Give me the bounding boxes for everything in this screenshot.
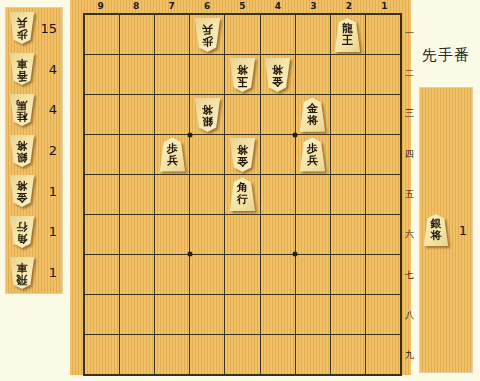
board-cell[interactable] bbox=[120, 335, 154, 374]
board-cell[interactable] bbox=[296, 255, 330, 294]
board-cell[interactable] bbox=[366, 135, 400, 174]
rank-coordinates: 一二三四五六七八九 bbox=[404, 13, 415, 376]
hand-piece-count: 1 bbox=[35, 224, 57, 239]
board-cell[interactable] bbox=[120, 255, 154, 294]
board-cell[interactable] bbox=[366, 55, 400, 94]
file-label: 8 bbox=[118, 1, 153, 12]
hand-piece-count: 1 bbox=[449, 223, 467, 238]
shogi-piece-gote[interactable]: 角行 bbox=[9, 216, 35, 248]
board-cell[interactable] bbox=[85, 215, 119, 254]
file-label: 5 bbox=[225, 1, 260, 12]
piece-kanji: 金将 bbox=[229, 138, 256, 172]
board-cell[interactable] bbox=[331, 215, 365, 254]
board-cell[interactable] bbox=[85, 175, 119, 214]
board-cell[interactable] bbox=[120, 95, 154, 134]
shogi-piece-gote[interactable]: 香車 bbox=[9, 53, 35, 85]
hand-piece-count: 15 bbox=[35, 21, 57, 36]
gote-captured-tray: 歩兵15香車4桂馬4銀将2金将1角行1飛車1 bbox=[6, 8, 62, 293]
shogi-piece-sente[interactable]: 歩兵 bbox=[299, 138, 326, 172]
piece-kanji: 香車 bbox=[9, 53, 35, 85]
hand-piece-row: 飛車1 bbox=[6, 252, 62, 293]
file-label: 6 bbox=[189, 1, 224, 12]
hand-piece-count: 2 bbox=[35, 143, 57, 158]
square-6一: 歩兵 bbox=[190, 15, 225, 55]
file-coordinates: 987654321 bbox=[83, 1, 402, 12]
piece-kanji: 金将 bbox=[9, 175, 35, 207]
shogi-piece-gote[interactable]: 飛車 bbox=[9, 257, 35, 289]
rank-label: 七 bbox=[404, 255, 415, 295]
shogi-piece-sente[interactable]: 金将 bbox=[299, 98, 326, 132]
square-5二: 玉将 bbox=[225, 55, 260, 95]
shogi-piece-gote[interactable]: 銀将 bbox=[194, 98, 221, 132]
piece-kanji: 歩兵 bbox=[159, 138, 186, 172]
board-cell[interactable] bbox=[331, 255, 365, 294]
piece-kanji: 玉将 bbox=[229, 58, 256, 92]
board-cell[interactable] bbox=[155, 55, 189, 94]
shogi-piece-sente[interactable]: 龍王 bbox=[334, 18, 361, 52]
board-cell[interactable] bbox=[331, 175, 365, 214]
square-4二: 金将 bbox=[260, 55, 295, 95]
board-cell[interactable] bbox=[296, 215, 330, 254]
piece-kanji: 銀将 bbox=[194, 98, 221, 132]
hand-piece-count: 4 bbox=[35, 62, 57, 77]
board-cell[interactable] bbox=[225, 15, 259, 54]
board-cell[interactable] bbox=[366, 175, 400, 214]
piece-kanji: 銀将 bbox=[9, 135, 35, 167]
board-cell[interactable] bbox=[366, 95, 400, 134]
board-cell[interactable] bbox=[261, 15, 295, 54]
board-cell[interactable] bbox=[190, 215, 224, 254]
board-cell[interactable] bbox=[296, 15, 330, 54]
square-3四: 歩兵 bbox=[295, 135, 330, 175]
file-label: 3 bbox=[296, 1, 331, 12]
rank-label: 二 bbox=[404, 53, 415, 93]
board-cell[interactable] bbox=[331, 135, 365, 174]
board-cell[interactable] bbox=[261, 215, 295, 254]
board-cell[interactable] bbox=[296, 175, 330, 214]
piece-kanji: 金将 bbox=[299, 98, 326, 132]
board-cell[interactable] bbox=[155, 295, 189, 334]
board-cell[interactable] bbox=[85, 15, 119, 54]
sente-captured-tray: 銀将1 bbox=[420, 88, 472, 372]
piece-kanji: 角行 bbox=[9, 216, 35, 248]
file-label: 1 bbox=[367, 1, 402, 12]
board-cell[interactable] bbox=[225, 295, 259, 334]
board-cell[interactable] bbox=[261, 135, 295, 174]
hand-piece-row: 香車4 bbox=[6, 49, 62, 90]
hand-piece-row: 歩兵15 bbox=[6, 8, 62, 49]
board-cell[interactable] bbox=[120, 295, 154, 334]
piece-kanji: 歩兵 bbox=[299, 138, 326, 172]
board-cell[interactable] bbox=[366, 255, 400, 294]
board-cell[interactable] bbox=[120, 15, 154, 54]
board-cell[interactable] bbox=[261, 95, 295, 134]
rank-label: 三 bbox=[404, 94, 415, 134]
hand-piece-row: 銀将1 bbox=[420, 210, 472, 250]
board-cell[interactable] bbox=[155, 95, 189, 134]
square-5五: 角行 bbox=[225, 175, 260, 215]
board-cell[interactable] bbox=[261, 295, 295, 334]
piece-kanji: 桂馬 bbox=[9, 94, 35, 126]
shogi-piece-gote[interactable]: 金将 bbox=[229, 138, 256, 172]
board-cell[interactable] bbox=[120, 55, 154, 94]
hand-piece-count: 1 bbox=[35, 184, 57, 199]
hand-piece-row: 金将1 bbox=[6, 171, 62, 212]
piece-kanji: 歩兵 bbox=[9, 12, 35, 44]
piece-kanji: 金将 bbox=[264, 58, 291, 92]
shogi-piece-sente[interactable]: 銀将 bbox=[423, 214, 449, 246]
board-cell[interactable] bbox=[225, 215, 259, 254]
rank-label: 一 bbox=[404, 13, 415, 53]
piece-kanji: 銀将 bbox=[423, 214, 449, 246]
board-cell[interactable] bbox=[155, 175, 189, 214]
board-cell[interactable] bbox=[366, 295, 400, 334]
board-cell[interactable] bbox=[261, 175, 295, 214]
board-cell[interactable] bbox=[155, 255, 189, 294]
hand-piece-row: 角行1 bbox=[6, 212, 62, 253]
board-cell[interactable] bbox=[331, 55, 365, 94]
hand-piece-row: 銀将2 bbox=[6, 130, 62, 171]
board-cell[interactable] bbox=[331, 295, 365, 334]
turn-indicator: 先手番 bbox=[415, 46, 477, 65]
piece-kanji: 角行 bbox=[229, 177, 256, 211]
board-panel: 987654321 歩兵龍王玉将金将銀将金将歩兵金将歩兵角行 一二三四五六七八九 bbox=[70, 0, 411, 375]
board-cell[interactable] bbox=[261, 255, 295, 294]
rank-label: 九 bbox=[404, 336, 415, 376]
square-6三: 銀将 bbox=[190, 95, 225, 135]
square-7四: 歩兵 bbox=[155, 135, 190, 175]
board-cell[interactable] bbox=[190, 255, 224, 294]
rank-label: 四 bbox=[404, 134, 415, 174]
board-cell[interactable] bbox=[85, 55, 119, 94]
shogi-piece-gote[interactable]: 金将 bbox=[264, 58, 291, 92]
board-cell[interactable] bbox=[85, 255, 119, 294]
shogi-piece-gote[interactable]: 玉将 bbox=[229, 58, 256, 92]
shogi-piece-sente[interactable]: 角行 bbox=[229, 177, 256, 211]
hand-piece-count: 4 bbox=[35, 102, 57, 117]
board-cell[interactable] bbox=[296, 55, 330, 94]
board-cell[interactable] bbox=[366, 15, 400, 54]
board-cell[interactable] bbox=[190, 55, 224, 94]
board-cell[interactable] bbox=[261, 335, 295, 374]
board-cell[interactable] bbox=[155, 215, 189, 254]
shogi-piece-gote[interactable]: 桂馬 bbox=[9, 94, 35, 126]
shogi-app: 歩兵15香車4桂馬4銀将2金将1角行1飛車1 987654321 歩兵龍王玉将金… bbox=[0, 0, 480, 381]
board-cell[interactable] bbox=[155, 335, 189, 374]
board-cell[interactable] bbox=[155, 15, 189, 54]
board-cell[interactable] bbox=[120, 175, 154, 214]
board-cell[interactable] bbox=[190, 295, 224, 334]
board-cell[interactable] bbox=[296, 295, 330, 334]
board-cell[interactable] bbox=[120, 135, 154, 174]
board-cell[interactable] bbox=[225, 255, 259, 294]
file-label: 9 bbox=[83, 1, 118, 12]
piece-kanji: 龍王 bbox=[334, 18, 361, 52]
shogi-piece-gote[interactable]: 歩兵 bbox=[9, 12, 35, 44]
board-cell[interactable] bbox=[331, 95, 365, 134]
square-5四: 金将 bbox=[225, 135, 260, 175]
board-cell[interactable] bbox=[366, 215, 400, 254]
file-label: 7 bbox=[154, 1, 189, 12]
board-cell[interactable] bbox=[85, 95, 119, 134]
board-cell[interactable] bbox=[120, 215, 154, 254]
board-cell[interactable] bbox=[85, 295, 119, 334]
rank-label: 五 bbox=[404, 174, 415, 214]
board-cell[interactable] bbox=[225, 95, 259, 134]
rank-label: 八 bbox=[404, 295, 415, 335]
file-label: 4 bbox=[260, 1, 295, 12]
board-cell[interactable] bbox=[85, 135, 119, 174]
shogi-piece-gote[interactable]: 金将 bbox=[9, 175, 35, 207]
hand-piece-row: 桂馬4 bbox=[6, 89, 62, 130]
shogi-piece-gote[interactable]: 銀将 bbox=[9, 135, 35, 167]
board-cell[interactable] bbox=[85, 335, 119, 374]
shogi-piece-sente[interactable]: 歩兵 bbox=[159, 138, 186, 172]
board-cell[interactable] bbox=[366, 335, 400, 374]
file-label: 2 bbox=[331, 1, 366, 12]
piece-kanji: 飛車 bbox=[9, 257, 35, 289]
piece-kanji: 歩兵 bbox=[194, 18, 221, 52]
square-3三: 金将 bbox=[295, 95, 330, 135]
board-cell[interactable] bbox=[190, 335, 224, 374]
hand-piece-count: 1 bbox=[35, 265, 57, 280]
board-cell[interactable] bbox=[225, 335, 259, 374]
board-cell[interactable] bbox=[296, 335, 330, 374]
board-cell[interactable] bbox=[190, 175, 224, 214]
square-2一: 龍王 bbox=[330, 15, 365, 55]
board-cell[interactable] bbox=[331, 335, 365, 374]
board-cell[interactable] bbox=[190, 135, 224, 174]
rank-label: 六 bbox=[404, 215, 415, 255]
shogi-piece-gote[interactable]: 歩兵 bbox=[194, 18, 221, 52]
